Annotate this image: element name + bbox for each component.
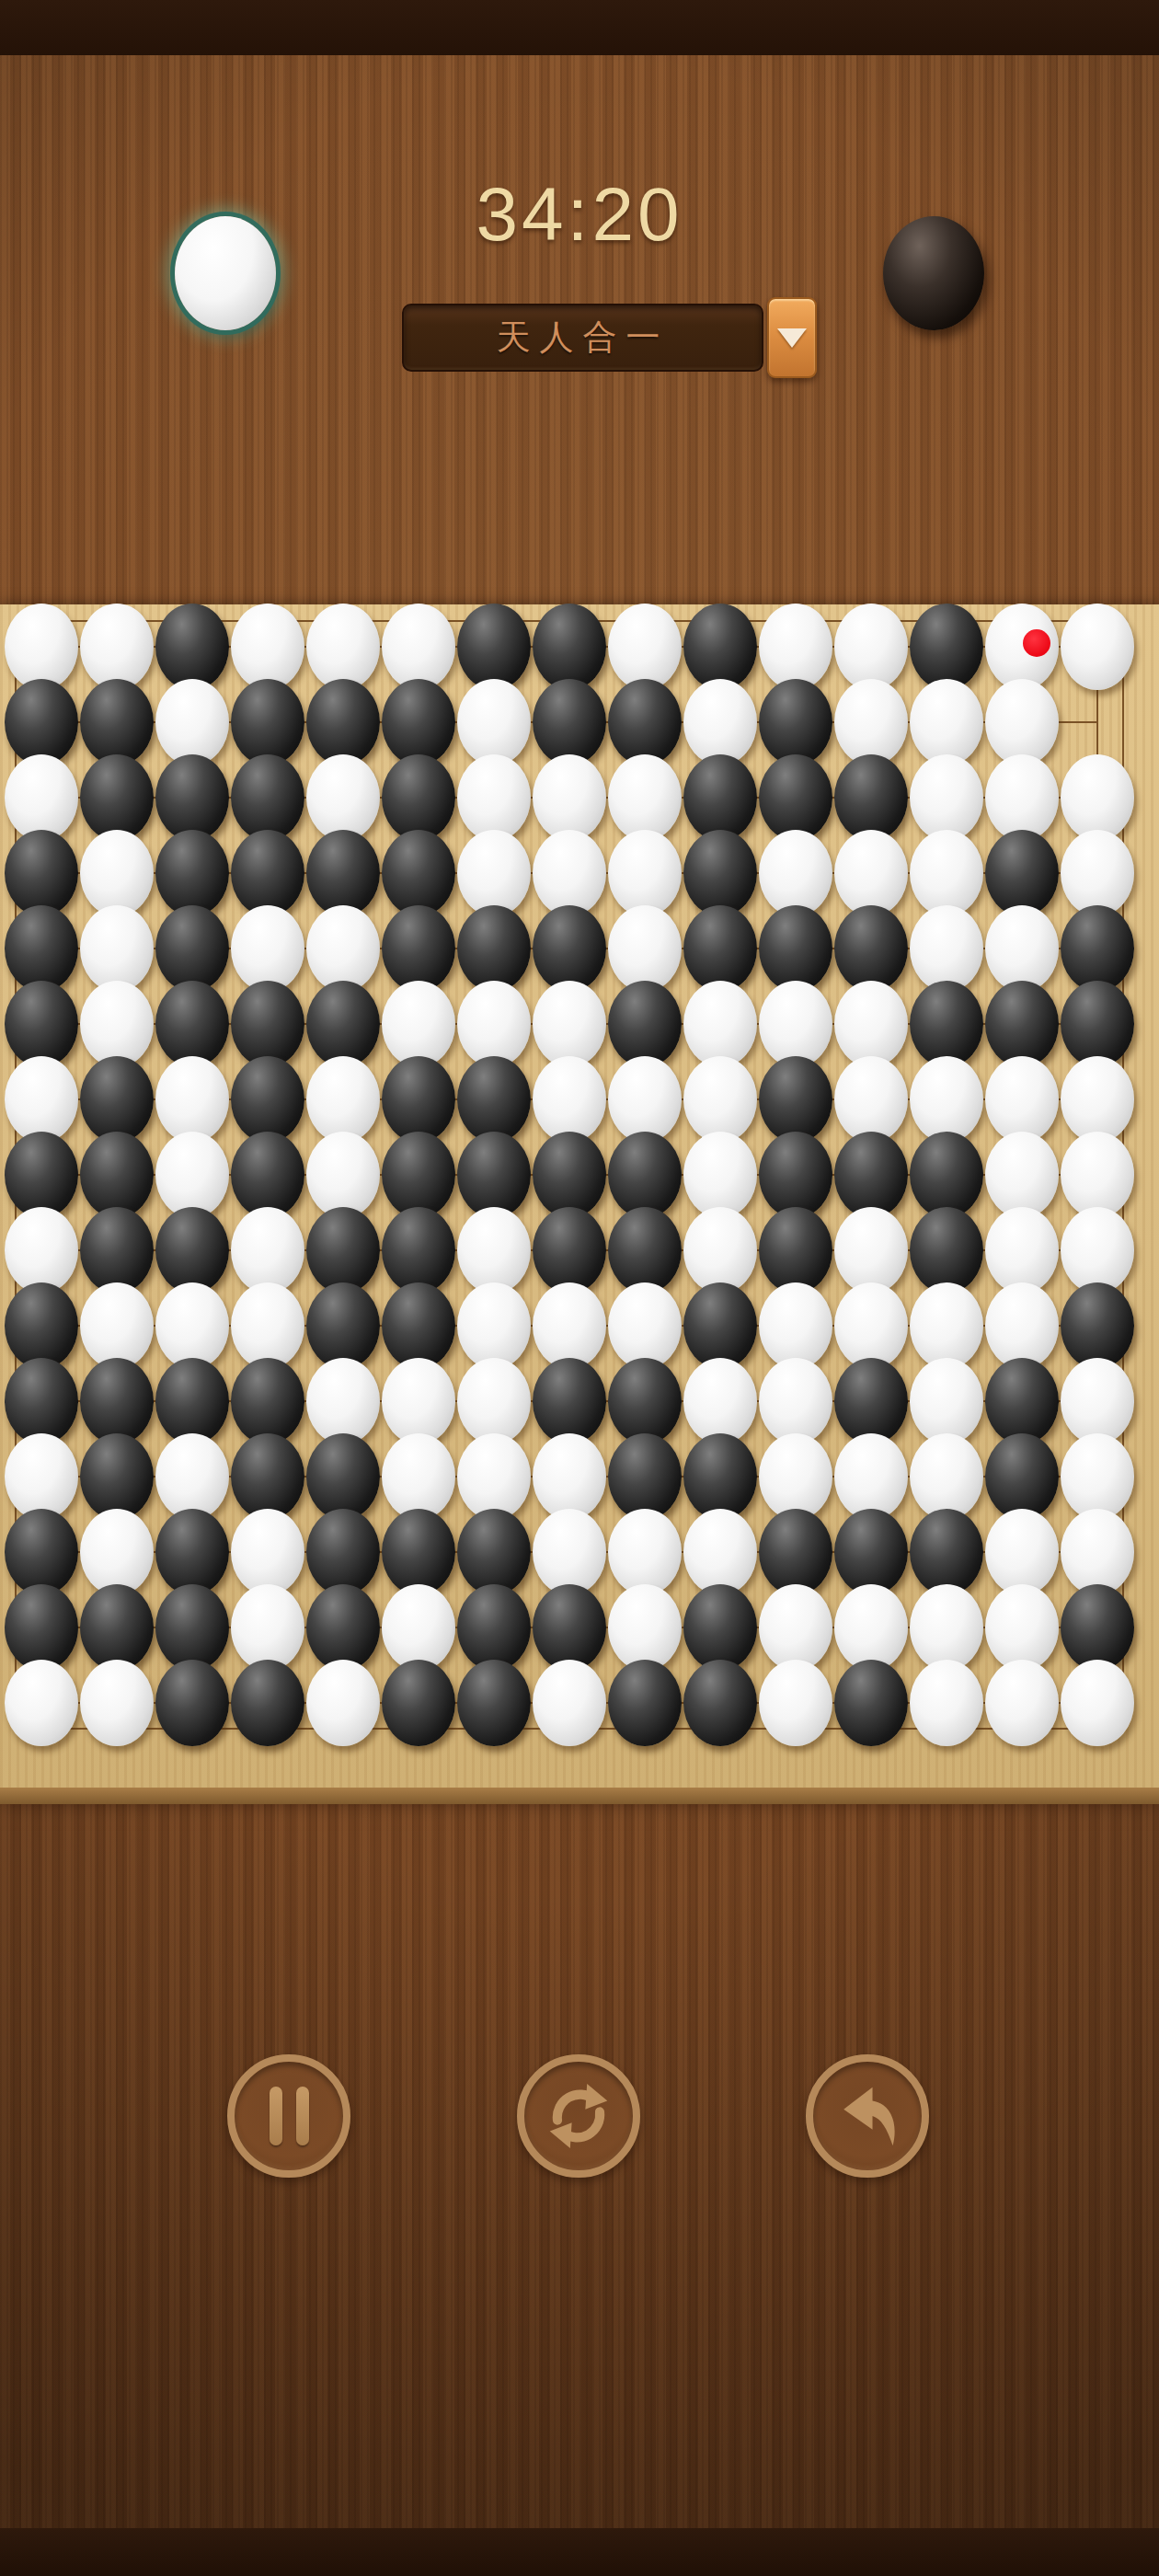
stone-black (608, 1433, 682, 1520)
dropdown-arrow-button[interactable] (767, 297, 817, 378)
stone-black (608, 981, 682, 1067)
stone-white (985, 754, 1059, 841)
stone-white (608, 830, 682, 916)
stone-white (910, 679, 983, 765)
stone-white (382, 1584, 455, 1671)
stone-black (457, 1509, 531, 1595)
stone-white (306, 1132, 380, 1218)
stone-black (457, 905, 531, 992)
stone-black (5, 1358, 78, 1444)
stone-white (533, 981, 606, 1067)
stone-black (759, 1132, 832, 1218)
stone-white (985, 1132, 1059, 1218)
stone-black (608, 679, 682, 765)
stone-black (683, 754, 757, 841)
stone-black (985, 830, 1059, 916)
stone-white (985, 905, 1059, 992)
stone-white (985, 679, 1059, 765)
stone-white (683, 679, 757, 765)
stone-black (683, 905, 757, 992)
stone-black (382, 1207, 455, 1294)
stone-white (457, 830, 531, 916)
stone-white (910, 1433, 983, 1520)
stone-white (608, 1282, 682, 1369)
stone-white (457, 1358, 531, 1444)
stone-black (306, 830, 380, 916)
stone-black (155, 1660, 229, 1746)
stone-black (231, 1660, 304, 1746)
stone-white (457, 1282, 531, 1369)
stone-white (306, 905, 380, 992)
stone-white (533, 1509, 606, 1595)
stone-white (306, 754, 380, 841)
stone-white (155, 1282, 229, 1369)
stone-black (533, 1132, 606, 1218)
stone-black (231, 830, 304, 916)
stone-white (608, 604, 682, 690)
stone-black (608, 1132, 682, 1218)
stone-white (683, 1132, 757, 1218)
stone-white (382, 604, 455, 690)
stone-white (759, 1660, 832, 1746)
stone-white (5, 1056, 78, 1143)
stone-black (155, 754, 229, 841)
stone-white (306, 604, 380, 690)
stone-white (910, 1358, 983, 1444)
stone-white (759, 830, 832, 916)
stone-black (683, 604, 757, 690)
stone-black (457, 1584, 531, 1671)
game-screen: 34:20 天人合一 (0, 0, 1159, 2576)
gomoku-board[interactable] (0, 604, 1159, 1788)
stone-black (231, 1132, 304, 1218)
stone-white (155, 1132, 229, 1218)
stone-black (382, 679, 455, 765)
stone-black (1061, 1282, 1134, 1369)
stone-white (80, 604, 154, 690)
stone-white (985, 1207, 1059, 1294)
restart-button[interactable] (517, 2054, 640, 2178)
stone-white (457, 981, 531, 1067)
stone-black (231, 679, 304, 765)
stone-black (382, 754, 455, 841)
stone-white (985, 1056, 1059, 1143)
stone-black (231, 981, 304, 1067)
stone-white (608, 1056, 682, 1143)
stone-white (608, 1509, 682, 1595)
stone-white (910, 905, 983, 992)
stone-black (80, 1584, 154, 1671)
stone-black (80, 679, 154, 765)
stone-black (382, 1282, 455, 1369)
stone-white (759, 981, 832, 1067)
stone-white (5, 1660, 78, 1746)
stone-white (985, 1660, 1059, 1746)
stone-black (382, 1056, 455, 1143)
stone-black (80, 1433, 154, 1520)
stone-white (533, 754, 606, 841)
stone-black (5, 1584, 78, 1671)
pause-button[interactable] (227, 2054, 350, 2178)
stone-black (5, 1132, 78, 1218)
stone-black (382, 905, 455, 992)
stone-black (306, 1433, 380, 1520)
stone-white (231, 1282, 304, 1369)
stone-black (834, 1132, 908, 1218)
stone-black (5, 830, 78, 916)
stone-black (759, 1056, 832, 1143)
stone-white (306, 1056, 380, 1143)
stone-white (683, 1509, 757, 1595)
stone-black (231, 1056, 304, 1143)
stone-white (759, 1584, 832, 1671)
stone-white (382, 981, 455, 1067)
stone-black (155, 1509, 229, 1595)
stone-black (533, 1584, 606, 1671)
stone-white (985, 1584, 1059, 1671)
stone-black (683, 830, 757, 916)
stone-black (231, 1358, 304, 1444)
stone-black (834, 1509, 908, 1595)
stone-black (382, 1660, 455, 1746)
stone-black (985, 1433, 1059, 1520)
stone-white (382, 1433, 455, 1520)
stone-white (834, 604, 908, 690)
stone-white (1061, 1509, 1134, 1595)
stone-black (80, 1056, 154, 1143)
stone-white (80, 905, 154, 992)
stone-white (683, 1056, 757, 1143)
stone-white (834, 981, 908, 1067)
stone-white (759, 1433, 832, 1520)
stone-white (457, 1433, 531, 1520)
stone-white (834, 1056, 908, 1143)
stone-black (1061, 905, 1134, 992)
stone-white (533, 1056, 606, 1143)
stone-black (155, 604, 229, 690)
stone-white (382, 1358, 455, 1444)
stone-black (457, 1660, 531, 1746)
stone-white (533, 1433, 606, 1520)
stone-white (80, 1509, 154, 1595)
stone-white (910, 1056, 983, 1143)
stone-black (533, 1207, 606, 1294)
stone-black (910, 604, 983, 690)
stone-white (231, 905, 304, 992)
stone-black (985, 1358, 1059, 1444)
stone-black (5, 679, 78, 765)
stone-white (231, 1584, 304, 1671)
stone-white (1061, 1132, 1134, 1218)
stone-white (5, 754, 78, 841)
stone-white (1061, 830, 1134, 916)
stone-white (910, 830, 983, 916)
stone-white (834, 1584, 908, 1671)
stone-black (382, 1132, 455, 1218)
stone-white (608, 1584, 682, 1671)
stone-white (683, 1358, 757, 1444)
stone-white (80, 830, 154, 916)
stone-white (5, 1433, 78, 1520)
stone-black (5, 1509, 78, 1595)
black-player-stone-indicator (883, 216, 984, 330)
top-letterbox-strip (0, 0, 1159, 55)
stone-black (80, 1358, 154, 1444)
stone-white (834, 1433, 908, 1520)
stone-white (457, 754, 531, 841)
stone-black (306, 1509, 380, 1595)
stone-black (1061, 981, 1134, 1067)
stone-black (985, 981, 1059, 1067)
stone-white (910, 1584, 983, 1671)
stone-white (5, 604, 78, 690)
stone-black (533, 1358, 606, 1444)
stone-white (231, 1207, 304, 1294)
stone-black (910, 981, 983, 1067)
stone-white (1061, 1358, 1134, 1444)
stone-black (759, 905, 832, 992)
stone-white (683, 1207, 757, 1294)
stone-black (155, 1358, 229, 1444)
stone-black (910, 1132, 983, 1218)
stone-white (1061, 754, 1134, 841)
stone-black (5, 1282, 78, 1369)
stone-black (80, 1132, 154, 1218)
stone-black (5, 905, 78, 992)
stone-white (1061, 1056, 1134, 1143)
stone-white (759, 1282, 832, 1369)
stone-black (306, 981, 380, 1067)
stone-white (985, 1282, 1059, 1369)
restart-cycle-icon (536, 2074, 621, 2158)
stone-black (80, 1207, 154, 1294)
stone-black (759, 754, 832, 841)
undo-arrow-icon (825, 2074, 910, 2158)
stone-black (457, 1056, 531, 1143)
stone-white (910, 754, 983, 841)
pause-icon (270, 2087, 309, 2145)
stone-white (457, 679, 531, 765)
stone-white (985, 1509, 1059, 1595)
stone-white (155, 679, 229, 765)
stone-black (231, 1433, 304, 1520)
stone-white (1061, 1660, 1134, 1746)
stone-black (306, 1584, 380, 1671)
stone-white (5, 1207, 78, 1294)
stone-black (834, 905, 908, 992)
stone-white (910, 1282, 983, 1369)
stone-white (155, 1056, 229, 1143)
stone-white (608, 754, 682, 841)
stone-white (80, 1660, 154, 1746)
stone-black (834, 1358, 908, 1444)
stone-black (1061, 1584, 1134, 1671)
bottom-letterbox-strip (0, 2528, 1159, 2576)
stone-white (306, 1660, 380, 1746)
stone-black (608, 1207, 682, 1294)
stone-black (759, 679, 832, 765)
stone-black (533, 679, 606, 765)
stone-white (80, 981, 154, 1067)
stone-white (1061, 1433, 1134, 1520)
stone-black (155, 905, 229, 992)
stone-white (306, 1358, 380, 1444)
stone-black (759, 1207, 832, 1294)
stone-black (683, 1282, 757, 1369)
difficulty-dropdown-label: 天人合一 (497, 315, 670, 361)
difficulty-dropdown[interactable]: 天人合一 (402, 304, 763, 372)
stone-black (683, 1433, 757, 1520)
stone-black (382, 1509, 455, 1595)
stone-white (910, 1660, 983, 1746)
stone-black (834, 754, 908, 841)
stone-black (80, 754, 154, 841)
stone-white (759, 1358, 832, 1444)
stone-black (608, 1660, 682, 1746)
stone-white (231, 1509, 304, 1595)
stone-black (910, 1207, 983, 1294)
stone-white (231, 604, 304, 690)
stone-white (1061, 604, 1134, 690)
last-move-marker (1023, 629, 1050, 657)
stone-white (834, 1282, 908, 1369)
stone-black (306, 1282, 380, 1369)
stone-black (155, 1584, 229, 1671)
stone-black (382, 830, 455, 916)
stone-black (910, 1509, 983, 1595)
stone-black (457, 1132, 531, 1218)
stone-white (80, 1282, 154, 1369)
stone-black (683, 1660, 757, 1746)
stone-white (533, 1282, 606, 1369)
white-player-stone-indicator (175, 216, 276, 330)
stone-black (306, 679, 380, 765)
stone-black (533, 604, 606, 690)
stone-white (533, 1660, 606, 1746)
stone-white (155, 1433, 229, 1520)
stone-black (155, 830, 229, 916)
stone-black (155, 1207, 229, 1294)
stone-white (608, 905, 682, 992)
stone-white (683, 981, 757, 1067)
stone-white (834, 830, 908, 916)
stone-black (683, 1584, 757, 1671)
stone-black (759, 1509, 832, 1595)
chevron-down-icon (777, 328, 807, 348)
stone-black (608, 1358, 682, 1444)
stone-white (457, 1207, 531, 1294)
stone-white (759, 604, 832, 690)
stone-black (5, 981, 78, 1067)
stone-white (1061, 1207, 1134, 1294)
undo-button[interactable] (806, 2054, 929, 2178)
stone-black (834, 1660, 908, 1746)
stone-black (533, 905, 606, 992)
stone-layer[interactable] (0, 604, 1159, 1788)
stone-black (231, 754, 304, 841)
stone-white (533, 830, 606, 916)
stone-black (457, 604, 531, 690)
game-timer: 34:20 (0, 171, 1159, 258)
stone-white (834, 679, 908, 765)
stone-white (834, 1207, 908, 1294)
stone-black (306, 1207, 380, 1294)
stone-black (155, 981, 229, 1067)
